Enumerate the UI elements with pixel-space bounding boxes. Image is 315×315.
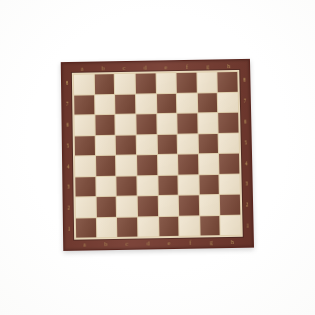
square-g4[interactable] [199,154,219,174]
square-a4[interactable] [75,156,95,176]
square-f8[interactable] [177,73,197,93]
square-g8[interactable] [197,72,217,92]
square-e6[interactable] [157,114,177,134]
coord-label-top-d: d [136,63,154,71]
square-g3[interactable] [199,174,219,194]
coord-label-right-1: 1 [243,217,252,235]
board-field [72,70,243,240]
coord-label-bottom-f: f [181,238,199,246]
coord-label-bottom-h: h [223,237,241,245]
coord-label-top-c: c [115,64,133,72]
square-c1[interactable] [117,217,137,237]
square-b1[interactable] [97,217,117,237]
coord-label-right-7: 7 [240,92,249,110]
square-d5[interactable] [137,135,157,155]
square-g2[interactable] [200,195,220,215]
coord-label-left-5: 5 [63,137,72,155]
coord-label-right-3: 3 [242,175,251,193]
square-d7[interactable] [136,94,156,114]
square-b8[interactable] [94,74,114,94]
coord-label-top-e: e [157,63,175,71]
square-e8[interactable] [156,73,176,93]
coord-label-bottom-e: e [160,239,178,247]
square-c5[interactable] [116,135,136,155]
coord-label-left-8: 8 [63,74,72,92]
product-photo-background: abcdefgh abcdefgh 87654321 87654321 [0,0,315,315]
square-e4[interactable] [158,155,178,175]
coord-label-left-6: 6 [63,116,72,134]
square-d2[interactable] [138,196,158,216]
square-a7[interactable] [74,95,94,115]
square-e7[interactable] [156,93,176,113]
square-b6[interactable] [95,115,115,135]
square-g5[interactable] [198,133,218,153]
coord-label-left-4: 4 [64,158,73,176]
square-b3[interactable] [96,176,116,196]
square-d3[interactable] [137,176,157,196]
square-c3[interactable] [117,176,137,196]
square-f3[interactable] [179,175,199,195]
square-a5[interactable] [75,136,95,156]
square-f6[interactable] [177,113,197,133]
coord-label-right-5: 5 [241,134,250,152]
square-b7[interactable] [95,94,115,114]
coord-label-right-6: 6 [241,113,250,131]
square-h6[interactable] [219,113,239,133]
chessboard: abcdefgh abcdefgh 87654321 87654321 [61,59,254,251]
coord-label-bottom-a: a [76,240,94,248]
coord-label-left-1: 1 [65,220,74,238]
square-a2[interactable] [76,197,96,217]
square-f7[interactable] [177,93,197,113]
coord-label-bottom-b: b [97,240,115,248]
square-g6[interactable] [198,113,218,133]
square-e2[interactable] [158,196,178,216]
coord-label-left-3: 3 [64,178,73,196]
coord-label-top-h: h [220,62,238,70]
square-b5[interactable] [95,135,115,155]
square-d6[interactable] [136,114,156,134]
coord-label-left-2: 2 [64,199,73,217]
square-a3[interactable] [75,177,95,197]
square-g1[interactable] [200,216,220,236]
square-f4[interactable] [178,154,198,174]
square-a8[interactable] [74,74,94,94]
square-f2[interactable] [179,195,199,215]
coord-label-bottom-d: d [139,239,157,247]
square-a1[interactable] [76,218,96,238]
square-c2[interactable] [117,196,137,216]
coord-label-top-g: g [199,62,217,70]
square-f5[interactable] [178,134,198,154]
square-b2[interactable] [96,197,116,217]
square-b4[interactable] [96,156,116,176]
square-h4[interactable] [219,154,239,174]
square-c4[interactable] [116,155,136,175]
square-h7[interactable] [218,92,238,112]
square-h2[interactable] [220,195,240,215]
square-h8[interactable] [218,72,238,92]
square-c8[interactable] [115,74,135,94]
square-e1[interactable] [159,216,179,236]
coord-label-right-4: 4 [242,154,251,172]
board-grid [74,72,241,238]
coord-label-left-7: 7 [63,95,72,113]
square-h5[interactable] [219,133,239,153]
coord-label-top-f: f [178,62,196,70]
coord-label-bottom-c: c [118,239,136,247]
square-d8[interactable] [136,73,156,93]
coord-label-top-b: b [94,64,112,72]
coord-label-bottom-g: g [202,238,220,246]
square-d4[interactable] [137,155,157,175]
coord-label-right-8: 8 [240,71,249,89]
square-e5[interactable] [157,134,177,154]
square-g7[interactable] [198,93,218,113]
square-e3[interactable] [158,175,178,195]
square-a6[interactable] [74,115,94,135]
square-f1[interactable] [179,216,199,236]
coord-label-right-2: 2 [243,196,252,214]
square-d1[interactable] [138,217,158,237]
square-h3[interactable] [220,174,240,194]
square-c7[interactable] [115,94,135,114]
coord-label-top-a: a [73,64,91,72]
square-h1[interactable] [221,215,241,235]
square-c6[interactable] [116,114,136,134]
